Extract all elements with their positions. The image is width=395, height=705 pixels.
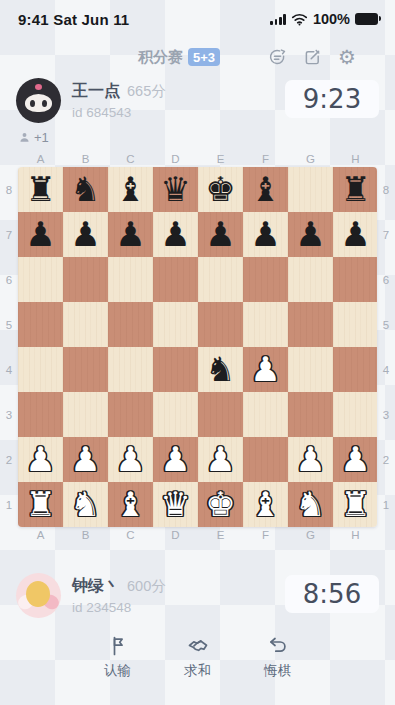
square-g7[interactable]: ♟: [288, 212, 333, 257]
black-king: ♚: [205, 167, 235, 212]
coord-label: D: [153, 527, 198, 543]
settings-gear-icon[interactable]: ⚙: [336, 46, 358, 68]
square-b1[interactable]: ♞: [63, 482, 108, 527]
coord-label: H: [333, 151, 378, 167]
coord-label: 3: [377, 392, 395, 437]
resign-button[interactable]: 认输: [96, 634, 140, 680]
square-a8[interactable]: ♜: [18, 167, 63, 212]
square-g2[interactable]: ♟: [288, 437, 333, 482]
draw-handshake-icon: [186, 634, 210, 658]
coord-label: A: [18, 527, 63, 543]
square-h6[interactable]: [333, 257, 377, 302]
square-e6[interactable]: [198, 257, 243, 302]
black-bishop: ♝: [115, 167, 145, 212]
player-name: 钟绿丶: [72, 576, 120, 597]
opponent-name: 王一点: [72, 81, 120, 102]
square-c8[interactable]: ♝: [108, 167, 153, 212]
white-rook: ♜: [340, 482, 370, 527]
square-c7[interactable]: ♟: [108, 212, 153, 257]
black-pawn: ♟: [295, 212, 325, 257]
rank-labels-right: 87654321: [377, 167, 395, 527]
white-pawn: ♟: [250, 347, 280, 392]
square-h5[interactable]: [333, 302, 377, 347]
square-e8[interactable]: ♚: [198, 167, 243, 212]
battery-percent: 100%: [313, 11, 350, 27]
coord-label: G: [288, 527, 333, 543]
status-time-date: 9:41 Sat Jun 11: [18, 11, 129, 28]
square-g6[interactable]: [288, 257, 333, 302]
status-indicators: 100%: [270, 11, 381, 27]
chess-board: ♜♞♝♛♚♝♜♟♟♟♟♟♟♟♟♞♟♟♟♟♟♟♟♟♜♞♝♛♚♝♞♜: [18, 167, 377, 527]
cellular-signal-icon: [270, 14, 286, 25]
player-avatar[interactable]: [16, 573, 61, 618]
white-pawn: ♟: [25, 437, 55, 482]
opponent-rating: 665分: [127, 82, 166, 101]
coord-label: 6: [0, 257, 18, 302]
player-id: id 234548: [72, 600, 166, 615]
square-g1[interactable]: ♞: [288, 482, 333, 527]
player-info: 钟绿丶 600分 id 234548: [72, 573, 166, 615]
square-e7[interactable]: ♟: [198, 212, 243, 257]
square-b8[interactable]: ♞: [63, 167, 108, 212]
file-labels-top: ABCDEFGH: [18, 151, 378, 167]
coord-label: 7: [0, 212, 18, 257]
square-d8[interactable]: ♛: [153, 167, 198, 212]
coord-label: E: [198, 527, 243, 543]
opponent-id: id 684543: [72, 105, 166, 120]
coord-label: 1: [0, 482, 18, 527]
square-d2[interactable]: ♟: [153, 437, 198, 482]
action-bar: 认输 求和 悔棋: [0, 634, 395, 680]
black-pawn: ♟: [70, 212, 100, 257]
white-knight: ♞: [70, 482, 100, 527]
opponent-info: 王一点 665分 id 684543: [72, 78, 166, 120]
square-b5[interactable]: [63, 302, 108, 347]
coord-label: B: [63, 527, 108, 543]
coord-label: 5: [0, 302, 18, 347]
square-d4[interactable]: [153, 347, 198, 392]
square-f7[interactable]: ♟: [243, 212, 288, 257]
coord-label: F: [243, 527, 288, 543]
white-bishop: ♝: [115, 482, 145, 527]
square-d6[interactable]: [153, 257, 198, 302]
resign-flag-icon: [106, 634, 130, 658]
square-h4[interactable]: [333, 347, 377, 392]
coord-label: 6: [377, 257, 395, 302]
white-pawn: ♟: [205, 437, 235, 482]
opponent-clock: 9:23: [285, 80, 379, 118]
coord-label: E: [198, 151, 243, 167]
coord-label: 2: [377, 437, 395, 482]
square-a7[interactable]: ♟: [18, 212, 63, 257]
quick-chat-icon[interactable]: [266, 46, 288, 68]
takeback-undo-icon: [266, 634, 290, 658]
square-g3[interactable]: [288, 392, 333, 437]
white-queen: ♛: [160, 482, 190, 527]
square-b6[interactable]: [63, 257, 108, 302]
square-f2[interactable]: [243, 437, 288, 482]
black-bishop: ♝: [250, 167, 280, 212]
coord-label: 4: [0, 347, 18, 392]
square-f8[interactable]: ♝: [243, 167, 288, 212]
coord-label: 8: [377, 167, 395, 212]
square-h7[interactable]: ♟: [333, 212, 377, 257]
black-rook: ♜: [340, 167, 370, 212]
time-control-badge: 5+3: [188, 48, 220, 66]
square-d7[interactable]: ♟: [153, 212, 198, 257]
coord-label: C: [108, 151, 153, 167]
player-row: 钟绿丶 600分 id 234548 8:56: [0, 573, 395, 618]
white-bishop: ♝: [250, 482, 280, 527]
square-c5[interactable]: [108, 302, 153, 347]
black-rook: ♜: [25, 167, 55, 212]
coord-label: 7: [377, 212, 395, 257]
white-knight: ♞: [295, 482, 325, 527]
white-pawn: ♟: [340, 437, 370, 482]
square-c4[interactable]: [108, 347, 153, 392]
offer-draw-button[interactable]: 求和: [176, 634, 220, 680]
square-a2[interactable]: ♟: [18, 437, 63, 482]
square-f5[interactable]: [243, 302, 288, 347]
square-a3[interactable]: [18, 392, 63, 437]
coord-label: B: [63, 151, 108, 167]
coord-label: D: [153, 151, 198, 167]
square-c3[interactable]: [108, 392, 153, 437]
black-knight: ♞: [70, 167, 100, 212]
player-rating: 600分: [127, 577, 166, 596]
coord-label: G: [288, 151, 333, 167]
square-a4[interactable]: [18, 347, 63, 392]
chess-app: 9:41 Sat Jun 11 100% 积分赛 5+3: [0, 0, 395, 705]
square-f4[interactable]: ♟: [243, 347, 288, 392]
square-b2[interactable]: ♟: [63, 437, 108, 482]
square-e2[interactable]: ♟: [198, 437, 243, 482]
rank-labels-left: 87654321: [0, 167, 18, 527]
square-a6[interactable]: [18, 257, 63, 302]
coord-label: 8: [0, 167, 18, 212]
square-b4[interactable]: [63, 347, 108, 392]
chess-board-section: ABCDEFGH 87654321 ♜♞♝♛♚♝♜♟♟♟♟♟♟♟♟♞♟♟♟♟♟♟…: [0, 151, 395, 543]
square-d3[interactable]: [153, 392, 198, 437]
status-date: Sat Jun 11: [53, 11, 129, 28]
square-e4[interactable]: ♞: [198, 347, 243, 392]
coord-label: F: [243, 151, 288, 167]
square-h3[interactable]: [333, 392, 377, 437]
file-labels-bottom: ABCDEFGH: [18, 527, 378, 543]
white-king: ♚: [205, 482, 235, 527]
square-f3[interactable]: [243, 392, 288, 437]
black-pawn: ♟: [25, 212, 55, 257]
black-pawn: ♟: [205, 212, 235, 257]
status-time: 9:41: [18, 11, 49, 28]
black-knight: ♞: [205, 347, 235, 392]
square-h1[interactable]: ♜: [333, 482, 377, 527]
person-icon: [18, 131, 31, 144]
coord-label: 4: [377, 347, 395, 392]
coord-label: 1: [377, 482, 395, 527]
coord-label: A: [18, 151, 63, 167]
compose-icon[interactable]: [301, 46, 323, 68]
square-a1[interactable]: ♜: [18, 482, 63, 527]
status-bar: 9:41 Sat Jun 11 100%: [0, 0, 395, 31]
wifi-icon: [291, 13, 308, 26]
square-c6[interactable]: [108, 257, 153, 302]
takeback-button[interactable]: 悔棋: [256, 634, 300, 680]
square-d1[interactable]: ♛: [153, 482, 198, 527]
player-clock: 8:56: [285, 575, 379, 613]
header-icons: ⚙: [266, 46, 358, 68]
square-f6[interactable]: [243, 257, 288, 302]
square-c2[interactable]: ♟: [108, 437, 153, 482]
square-g4[interactable]: [288, 347, 333, 392]
square-e3[interactable]: [198, 392, 243, 437]
square-e5[interactable]: [198, 302, 243, 347]
coord-label: 5: [377, 302, 395, 347]
game-header: 积分赛 5+3 ⚙: [138, 44, 358, 70]
square-e1[interactable]: ♚: [198, 482, 243, 527]
square-h2[interactable]: ♟: [333, 437, 377, 482]
coord-label: C: [108, 527, 153, 543]
opponent-avatar[interactable]: [16, 78, 61, 123]
white-rook: ♜: [25, 482, 55, 527]
battery-icon: [355, 13, 378, 25]
white-pawn: ♟: [115, 437, 145, 482]
square-h8[interactable]: ♜: [333, 167, 377, 212]
spectator-count: +1: [18, 129, 395, 145]
white-pawn: ♟: [160, 437, 190, 482]
square-b3[interactable]: [63, 392, 108, 437]
coord-label: 3: [0, 392, 18, 437]
black-pawn: ♟: [340, 212, 370, 257]
white-pawn: ♟: [70, 437, 100, 482]
square-d5[interactable]: [153, 302, 198, 347]
square-f1[interactable]: ♝: [243, 482, 288, 527]
black-pawn: ♟: [250, 212, 280, 257]
square-g5[interactable]: [288, 302, 333, 347]
opponent-row: 王一点 665分 id 684543 9:23: [0, 78, 395, 123]
square-a5[interactable]: [18, 302, 63, 347]
black-pawn: ♟: [115, 212, 145, 257]
coord-label: H: [333, 527, 378, 543]
black-pawn: ♟: [160, 212, 190, 257]
square-g8[interactable]: [288, 167, 333, 212]
square-c1[interactable]: ♝: [108, 482, 153, 527]
square-b7[interactable]: ♟: [63, 212, 108, 257]
black-queen: ♛: [160, 167, 190, 212]
white-pawn: ♟: [295, 437, 325, 482]
game-mode-label: 积分赛: [138, 48, 183, 67]
coord-label: 2: [0, 437, 18, 482]
